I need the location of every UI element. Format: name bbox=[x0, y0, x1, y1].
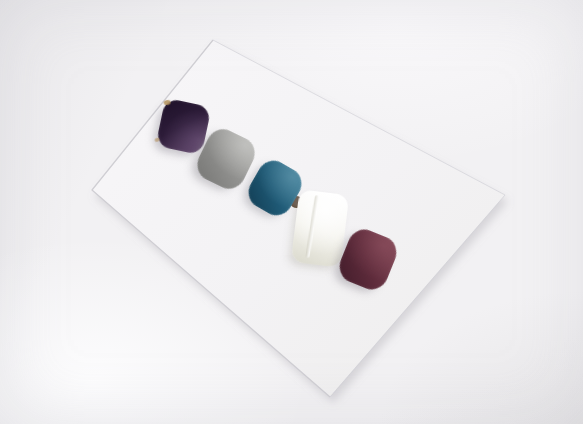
metal-glint-icon bbox=[154, 137, 160, 142]
fabric-and-card-layer bbox=[0, 0, 583, 424]
reflection-line bbox=[305, 195, 319, 258]
metal-glint-icon bbox=[163, 100, 171, 106]
photo-stage bbox=[0, 0, 583, 424]
earring-white bbox=[291, 189, 350, 268]
